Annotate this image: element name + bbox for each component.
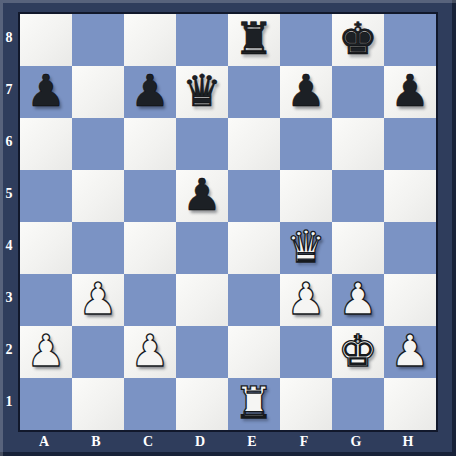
board-frame: 87654321 ABCDEFGH ♜♚♟♟♛♟♟♟♛♟♟♟♟♟♚♟♜ — [0, 0, 456, 456]
square-a2[interactable]: ♟ — [20, 326, 72, 378]
rank-label-7: 7 — [0, 64, 18, 116]
square-b3[interactable]: ♟ — [72, 274, 124, 326]
piece-black-pawn-a7[interactable]: ♟ — [20, 66, 72, 118]
square-d6[interactable] — [176, 118, 228, 170]
piece-white-king-g2[interactable]: ♚ — [332, 326, 384, 378]
square-f4[interactable]: ♛ — [280, 222, 332, 274]
chess-board: ♜♚♟♟♛♟♟♟♛♟♟♟♟♟♚♟♜ — [18, 12, 438, 432]
piece-black-pawn-c7[interactable]: ♟ — [124, 66, 176, 118]
file-label-f: F — [278, 432, 330, 454]
square-e1[interactable]: ♜ — [228, 378, 280, 430]
square-b4[interactable] — [72, 222, 124, 274]
rank-labels: 87654321 — [0, 12, 18, 432]
square-b6[interactable] — [72, 118, 124, 170]
piece-white-rook-e1[interactable]: ♜ — [228, 378, 280, 430]
file-label-b: B — [70, 432, 122, 454]
piece-black-pawn-f7[interactable]: ♟ — [280, 66, 332, 118]
square-a1[interactable] — [20, 378, 72, 430]
rank-label-1: 1 — [0, 376, 18, 428]
piece-black-rook-e8[interactable]: ♜ — [228, 14, 280, 66]
square-f6[interactable] — [280, 118, 332, 170]
rank-label-6: 6 — [0, 116, 18, 168]
square-g4[interactable] — [332, 222, 384, 274]
square-a8[interactable] — [20, 14, 72, 66]
file-label-e: E — [226, 432, 278, 454]
square-e6[interactable] — [228, 118, 280, 170]
square-c3[interactable] — [124, 274, 176, 326]
square-g5[interactable] — [332, 170, 384, 222]
file-label-g: G — [330, 432, 382, 454]
file-label-h: H — [382, 432, 434, 454]
square-h8[interactable] — [384, 14, 436, 66]
square-d4[interactable] — [176, 222, 228, 274]
square-b8[interactable] — [72, 14, 124, 66]
square-f7[interactable]: ♟ — [280, 66, 332, 118]
square-g1[interactable] — [332, 378, 384, 430]
square-a5[interactable] — [20, 170, 72, 222]
square-e7[interactable] — [228, 66, 280, 118]
rank-label-8: 8 — [0, 12, 18, 64]
piece-white-pawn-c2[interactable]: ♟ — [124, 326, 176, 378]
square-h3[interactable] — [384, 274, 436, 326]
square-e4[interactable] — [228, 222, 280, 274]
square-a6[interactable] — [20, 118, 72, 170]
square-g7[interactable] — [332, 66, 384, 118]
piece-black-queen-d7[interactable]: ♛ — [176, 66, 228, 118]
square-f5[interactable] — [280, 170, 332, 222]
piece-white-pawn-h2[interactable]: ♟ — [384, 326, 436, 378]
square-e5[interactable] — [228, 170, 280, 222]
square-f3[interactable]: ♟ — [280, 274, 332, 326]
square-f8[interactable] — [280, 14, 332, 66]
square-b7[interactable] — [72, 66, 124, 118]
square-a4[interactable] — [20, 222, 72, 274]
square-b2[interactable] — [72, 326, 124, 378]
square-h2[interactable]: ♟ — [384, 326, 436, 378]
square-d2[interactable] — [176, 326, 228, 378]
square-e3[interactable] — [228, 274, 280, 326]
file-label-a: A — [18, 432, 70, 454]
square-f1[interactable] — [280, 378, 332, 430]
square-g8[interactable]: ♚ — [332, 14, 384, 66]
square-d8[interactable] — [176, 14, 228, 66]
file-label-c: C — [122, 432, 174, 454]
square-h7[interactable]: ♟ — [384, 66, 436, 118]
piece-white-pawn-b3[interactable]: ♟ — [72, 274, 124, 326]
piece-black-pawn-h7[interactable]: ♟ — [384, 66, 436, 118]
square-g6[interactable] — [332, 118, 384, 170]
square-f2[interactable] — [280, 326, 332, 378]
square-e2[interactable] — [228, 326, 280, 378]
file-label-d: D — [174, 432, 226, 454]
square-h1[interactable] — [384, 378, 436, 430]
rank-label-4: 4 — [0, 220, 18, 272]
square-c4[interactable] — [124, 222, 176, 274]
piece-white-queen-f4[interactable]: ♛ — [280, 222, 332, 274]
square-d3[interactable] — [176, 274, 228, 326]
piece-white-pawn-f3[interactable]: ♟ — [280, 274, 332, 326]
rank-label-2: 2 — [0, 324, 18, 376]
square-h4[interactable] — [384, 222, 436, 274]
square-d1[interactable] — [176, 378, 228, 430]
square-h5[interactable] — [384, 170, 436, 222]
square-g2[interactable]: ♚ — [332, 326, 384, 378]
piece-white-pawn-g3[interactable]: ♟ — [332, 274, 384, 326]
square-c7[interactable]: ♟ — [124, 66, 176, 118]
piece-black-pawn-d5[interactable]: ♟ — [176, 170, 228, 222]
square-c2[interactable]: ♟ — [124, 326, 176, 378]
square-h6[interactable] — [384, 118, 436, 170]
square-c6[interactable] — [124, 118, 176, 170]
square-e8[interactable]: ♜ — [228, 14, 280, 66]
rank-label-5: 5 — [0, 168, 18, 220]
square-b5[interactable] — [72, 170, 124, 222]
square-c1[interactable] — [124, 378, 176, 430]
square-a7[interactable]: ♟ — [20, 66, 72, 118]
square-d5[interactable]: ♟ — [176, 170, 228, 222]
square-b1[interactable] — [72, 378, 124, 430]
rank-label-3: 3 — [0, 272, 18, 324]
square-a3[interactable] — [20, 274, 72, 326]
file-labels: ABCDEFGH — [18, 432, 438, 454]
square-c8[interactable] — [124, 14, 176, 66]
square-d7[interactable]: ♛ — [176, 66, 228, 118]
square-g3[interactable]: ♟ — [332, 274, 384, 326]
piece-black-king-g8[interactable]: ♚ — [332, 14, 384, 66]
square-c5[interactable] — [124, 170, 176, 222]
piece-white-pawn-a2[interactable]: ♟ — [20, 326, 72, 378]
